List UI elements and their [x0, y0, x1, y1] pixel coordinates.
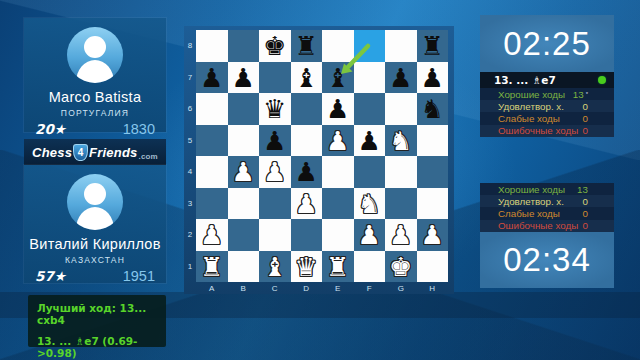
square-c3[interactable] [259, 188, 291, 220]
stat-row: Ошибочные ходы0 [480, 220, 614, 232]
stat-row: Удовлетвор. х.0 [480, 195, 614, 207]
square-h4[interactable] [417, 156, 449, 188]
square-e5[interactable]: ♟ [322, 125, 354, 157]
square-f7[interactable] [354, 62, 386, 94]
black-rook: ♜ [417, 30, 449, 62]
square-f2[interactable]: ♟ [354, 219, 386, 251]
square-d6[interactable] [291, 93, 323, 125]
player-country: ПОРТУГАЛИЯ [24, 108, 166, 118]
square-b8[interactable] [228, 30, 260, 62]
square-g2[interactable]: ♟ [385, 219, 417, 251]
file-labels: ABCDEFGH [196, 282, 448, 294]
clock-bottom: 02:34 [480, 232, 614, 288]
square-b1[interactable] [228, 251, 260, 283]
logo-suffix: .com [138, 152, 157, 161]
clock-time: 02:25 [503, 25, 591, 63]
white-queen: ♛ [291, 251, 323, 283]
opponent-panel: 02:25 13. ... ♗e7 Хорошие ходы13*Удовлет… [480, 15, 614, 137]
square-e2[interactable] [322, 219, 354, 251]
square-a8[interactable] [196, 30, 228, 62]
square-h6[interactable]: ♞ [417, 93, 449, 125]
best-move-text: Лучший ход: 13... cxb4 [37, 302, 166, 326]
clock-time: 02:34 [503, 241, 591, 279]
square-d1[interactable]: ♛ [291, 251, 323, 283]
last-move-label: 13. ... ♗e7 [494, 74, 598, 86]
square-h3[interactable] [417, 188, 449, 220]
square-f1[interactable] [354, 251, 386, 283]
stat-row: Хорошие ходы13 [480, 183, 614, 195]
square-d2[interactable] [291, 219, 323, 251]
square-g3[interactable] [385, 188, 417, 220]
square-d7[interactable]: ♝ [291, 62, 323, 94]
square-h1[interactable] [417, 251, 449, 283]
square-g4[interactable] [385, 156, 417, 188]
black-pawn: ♟ [259, 125, 291, 157]
square-d8[interactable]: ♜ [291, 30, 323, 62]
stat-row: Слабые ходы0 [480, 207, 614, 219]
white-rook: ♜ [322, 251, 354, 283]
black-pawn: ♟ [291, 156, 323, 188]
square-a4[interactable] [196, 156, 228, 188]
square-b4[interactable]: ♟ [228, 156, 260, 188]
square-e1[interactable]: ♜ [322, 251, 354, 283]
square-d3[interactable]: ♟ [291, 188, 323, 220]
player-name: Виталий Кириллов [24, 236, 166, 252]
square-g1[interactable]: ♚ [385, 251, 417, 283]
rank-labels: 87654321 [184, 30, 196, 282]
square-h2[interactable]: ♟ [417, 219, 449, 251]
square-h7[interactable]: ♟ [417, 62, 449, 94]
square-c6[interactable]: ♛ [259, 93, 291, 125]
white-pawn: ♟ [417, 219, 449, 251]
move-quality-stats: Хорошие ходы13Удовлетвор. х.0Слабые ходы… [480, 183, 614, 232]
black-rook: ♜ [291, 30, 323, 62]
black-queen: ♛ [259, 93, 291, 125]
black-bishop: ♝ [322, 62, 354, 94]
white-bishop: ♝ [259, 251, 291, 283]
black-king: ♚ [259, 30, 291, 62]
square-b5[interactable] [228, 125, 260, 157]
last-move-bar: 13. ... ♗e7 [480, 72, 614, 88]
player-country: КАЗАХСТАН [24, 255, 166, 265]
black-bishop: ♝ [291, 62, 323, 94]
square-c1[interactable]: ♝ [259, 251, 291, 283]
white-rook: ♜ [196, 251, 228, 283]
white-pawn: ♟ [291, 188, 323, 220]
player-panel: Хорошие ходы13Удовлетвор. х.0Слабые ходы… [480, 165, 614, 285]
square-f8[interactable] [354, 30, 386, 62]
stat-row: Удовлетвор. х.0 [480, 100, 614, 112]
online-dot-icon [598, 76, 606, 84]
square-d5[interactable] [291, 125, 323, 157]
black-pawn: ♟ [417, 62, 449, 94]
square-h5[interactable] [417, 125, 449, 157]
white-knight: ♞ [354, 188, 386, 220]
player-rating: 1951 [123, 268, 155, 284]
square-b3[interactable] [228, 188, 260, 220]
player-stars: 20★ [35, 121, 66, 137]
player-stars: 57★ [35, 268, 66, 284]
white-knight: ♞ [385, 125, 417, 157]
logo-part1: Chess [32, 145, 72, 160]
square-a7[interactable]: ♟ [196, 62, 228, 94]
chess-board[interactable]: ♚♜♜♟♟♝♝♟♟♛♟♞♟♟♟♞♟♟♟♟♞♟♟♟♟♜♝♛♜♚ [196, 30, 448, 282]
white-pawn: ♟ [385, 219, 417, 251]
chess-board-frame: 87654321 ♚♜♜♟♟♝♝♟♟♛♟♞♟♟♟♞♟♟♟♟♞♟♟♟♟♜♝♛♜♚ … [184, 26, 454, 294]
move-quality-stats: Хорошие ходы13*Удовлетвор. х.0Слабые ход… [480, 88, 614, 137]
clock-top: 02:25 [480, 15, 614, 72]
player-card-top[interactable]: Marco Batista ПОРТУГАЛИЯ 20★ 1830 [24, 18, 166, 132]
avatar [67, 174, 123, 230]
player-name: Marco Batista [24, 89, 166, 105]
white-pawn: ♟ [259, 156, 291, 188]
white-pawn: ♟ [354, 219, 386, 251]
chess4friends-logo: Chess4Friends.com [24, 139, 166, 165]
square-b7[interactable]: ♟ [228, 62, 260, 94]
square-f3[interactable]: ♞ [354, 188, 386, 220]
square-e8[interactable] [322, 30, 354, 62]
black-pawn: ♟ [196, 62, 228, 94]
square-c7[interactable] [259, 62, 291, 94]
square-g8[interactable] [385, 30, 417, 62]
square-d4[interactable]: ♟ [291, 156, 323, 188]
player-rating: 1830 [123, 121, 155, 137]
avatar [67, 27, 123, 83]
square-e6[interactable]: ♟ [322, 93, 354, 125]
player-card-bottom[interactable]: Виталий Кириллов КАЗАХСТАН 57★ 1951 [24, 165, 166, 283]
square-e3[interactable] [322, 188, 354, 220]
square-c2[interactable] [259, 219, 291, 251]
square-a6[interactable] [196, 93, 228, 125]
square-a1[interactable]: ♜ [196, 251, 228, 283]
square-g5[interactable]: ♞ [385, 125, 417, 157]
square-c4[interactable]: ♟ [259, 156, 291, 188]
stat-row: Слабые ходы0 [480, 112, 614, 124]
black-pawn: ♟ [322, 93, 354, 125]
square-e7[interactable]: ♝ [322, 62, 354, 94]
square-a5[interactable] [196, 125, 228, 157]
white-pawn: ♟ [322, 125, 354, 157]
square-c5[interactable]: ♟ [259, 125, 291, 157]
logo-part2: Friends [89, 145, 137, 160]
square-f6[interactable] [354, 93, 386, 125]
analysis-box: Лучший ход: 13... cxb4 13. ... ♗e7 (0.69… [28, 295, 166, 347]
stat-row: Хорошие ходы13* [480, 88, 614, 100]
stat-row: Ошибочные ходы0 [480, 125, 614, 137]
white-pawn: ♟ [196, 219, 228, 251]
square-a3[interactable] [196, 188, 228, 220]
square-f4[interactable] [354, 156, 386, 188]
black-pawn: ♟ [385, 62, 417, 94]
square-b6[interactable] [228, 93, 260, 125]
square-g7[interactable]: ♟ [385, 62, 417, 94]
square-g6[interactable] [385, 93, 417, 125]
white-king: ♚ [385, 251, 417, 283]
square-a2[interactable]: ♟ [196, 219, 228, 251]
square-h8[interactable]: ♜ [417, 30, 449, 62]
square-c8[interactable]: ♚ [259, 30, 291, 62]
white-pawn: ♟ [228, 156, 260, 188]
square-e4[interactable] [322, 156, 354, 188]
black-pawn: ♟ [228, 62, 260, 94]
black-pawn: ♟ [354, 125, 386, 157]
logo-shield-icon: 4 [73, 144, 88, 161]
square-f5[interactable]: ♟ [354, 125, 386, 157]
square-b2[interactable] [228, 219, 260, 251]
eval-text: 13. ... ♗e7 (0.69->0.98) [37, 335, 166, 359]
black-knight: ♞ [417, 93, 449, 125]
